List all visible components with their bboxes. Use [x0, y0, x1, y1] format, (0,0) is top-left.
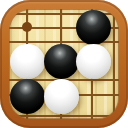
black-stone: ● [76, 10, 111, 45]
white-stone: ○ [10, 44, 45, 79]
grid-line-horizontal [9, 115, 119, 117]
black-stone: ● [44, 44, 79, 79]
white-stone: ○ [44, 79, 79, 114]
black-stone: ● [10, 79, 45, 114]
black-stone-glyph: ● [82, 14, 105, 40]
grid-line-vertical [113, 9, 115, 119]
white-stone-glyph: ○ [82, 48, 105, 74]
white-stone-glyph: ○ [16, 48, 39, 74]
black-stone-glyph: ● [16, 83, 39, 109]
go-board-layer: ●○●○●○ [9, 9, 119, 119]
white-stone-glyph: ○ [50, 83, 73, 109]
black-stone-glyph: ● [50, 48, 73, 74]
white-stone: ○ [76, 44, 111, 79]
star-point [22, 22, 32, 32]
go-app-icon[interactable]: ●○●○●○ [0, 0, 128, 128]
